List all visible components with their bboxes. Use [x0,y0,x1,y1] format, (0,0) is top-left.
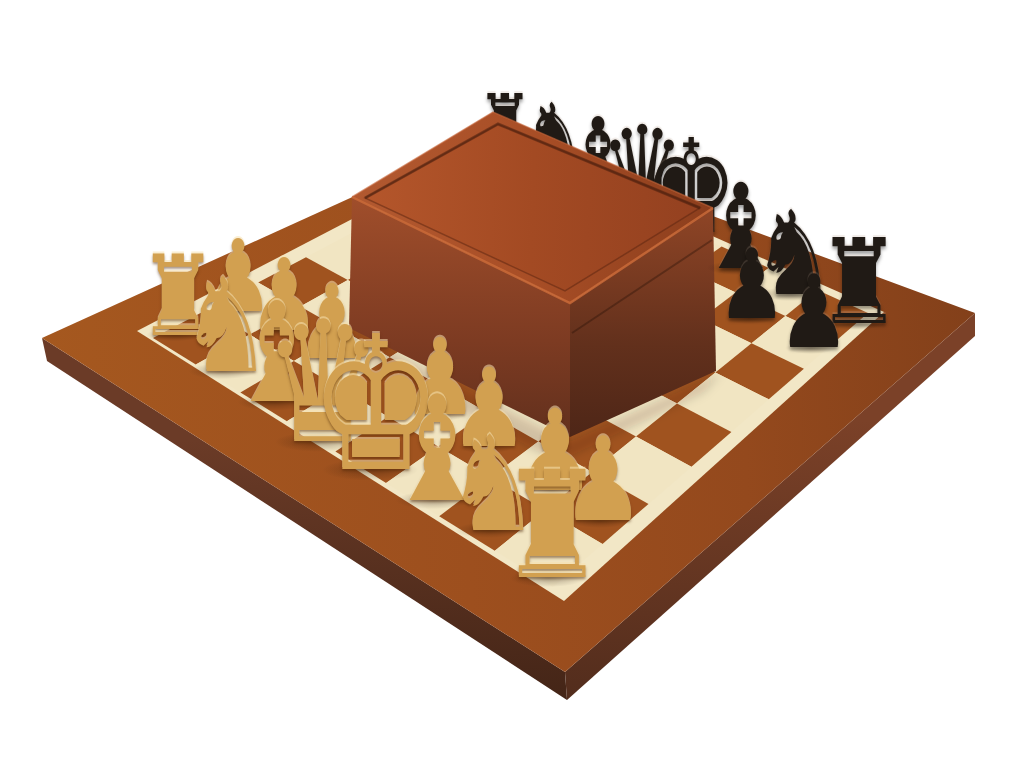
piece-black-pawn-f7[interactable]: ♟ [717,236,787,333]
piece-white-rook-h1[interactable]: ♜ [499,452,605,600]
scene: ♜♞♝♛♚ ♝♞♟♟♜♟♜♟♟♞♝♟♛♟♚♟♝♟♞♜ [0,0,1024,768]
piece-black-pawn-g7[interactable]: ♟ [778,262,850,363]
